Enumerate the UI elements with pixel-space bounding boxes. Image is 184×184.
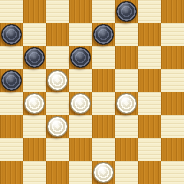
- board-square-playable-r7c6[interactable]: [138, 161, 161, 184]
- board-square-light-r7c3: [69, 161, 92, 184]
- board-square-light-r5c5: [115, 115, 138, 138]
- board-square-light-r7c7: [161, 161, 184, 184]
- board-square-light-r3c7: [161, 69, 184, 92]
- board-square-playable-r6c1[interactable]: [23, 138, 46, 161]
- board-square-playable-r4c7[interactable]: [161, 92, 184, 115]
- board-square-light-r4c2: [46, 92, 69, 115]
- white-checker-man[interactable]: [93, 162, 114, 183]
- board-square-light-r4c6: [138, 92, 161, 115]
- board-square-playable-r0c3[interactable]: [69, 0, 92, 23]
- black-checker-man[interactable]: [1, 70, 22, 91]
- black-checker-man[interactable]: [24, 47, 45, 68]
- board-square-light-r6c4: [92, 138, 115, 161]
- board-square-playable-r3c2[interactable]: [46, 69, 69, 92]
- board-square-playable-r7c0[interactable]: [0, 161, 23, 184]
- board-square-playable-r4c1[interactable]: [23, 92, 46, 115]
- board-square-light-r2c0: [0, 46, 23, 69]
- board-square-light-r5c1: [23, 115, 46, 138]
- board-square-light-r1c1: [23, 23, 46, 46]
- board-square-light-r5c3: [69, 115, 92, 138]
- board-square-playable-r6c3[interactable]: [69, 138, 92, 161]
- board-square-light-r0c0: [0, 0, 23, 23]
- board-square-playable-r3c0[interactable]: [0, 69, 23, 92]
- white-checker-man[interactable]: [24, 93, 45, 114]
- board-square-playable-r4c5[interactable]: [115, 92, 138, 115]
- board-square-playable-r7c2[interactable]: [46, 161, 69, 184]
- black-checker-man[interactable]: [116, 1, 137, 22]
- board-square-light-r3c1: [23, 69, 46, 92]
- black-checker-man[interactable]: [70, 47, 91, 68]
- white-checker-man[interactable]: [70, 93, 91, 114]
- board-square-light-r1c5: [115, 23, 138, 46]
- board-square-playable-r2c5[interactable]: [115, 46, 138, 69]
- board-square-playable-r2c7[interactable]: [161, 46, 184, 69]
- board-square-playable-r2c1[interactable]: [23, 46, 46, 69]
- board-square-playable-r1c0[interactable]: [0, 23, 23, 46]
- board-square-playable-r0c5[interactable]: [115, 0, 138, 23]
- board-square-light-r2c6: [138, 46, 161, 69]
- board-square-light-r1c7: [161, 23, 184, 46]
- board-square-light-r3c5: [115, 69, 138, 92]
- board-square-playable-r3c6[interactable]: [138, 69, 161, 92]
- white-checker-man[interactable]: [47, 116, 68, 137]
- board-square-playable-r1c6[interactable]: [138, 23, 161, 46]
- board-square-light-r6c6: [138, 138, 161, 161]
- board-square-playable-r1c4[interactable]: [92, 23, 115, 46]
- black-checker-man[interactable]: [1, 24, 22, 45]
- board-square-light-r3c3: [69, 69, 92, 92]
- board-square-light-r4c0: [0, 92, 23, 115]
- board-square-playable-r0c1[interactable]: [23, 0, 46, 23]
- board-square-light-r2c2: [46, 46, 69, 69]
- board-square-playable-r2c3[interactable]: [69, 46, 92, 69]
- board-square-playable-r6c7[interactable]: [161, 138, 184, 161]
- board-square-light-r0c6: [138, 0, 161, 23]
- board-square-playable-r5c6[interactable]: [138, 115, 161, 138]
- board-square-light-r7c5: [115, 161, 138, 184]
- white-checker-man[interactable]: [116, 93, 137, 114]
- checkers-board: [0, 0, 184, 184]
- board-square-light-r6c2: [46, 138, 69, 161]
- black-checker-man[interactable]: [93, 24, 114, 45]
- board-square-light-r0c4: [92, 0, 115, 23]
- board-square-playable-r5c2[interactable]: [46, 115, 69, 138]
- board-square-playable-r1c2[interactable]: [46, 23, 69, 46]
- board-square-light-r7c1: [23, 161, 46, 184]
- board-square-playable-r5c4[interactable]: [92, 115, 115, 138]
- board-square-playable-r7c4[interactable]: [92, 161, 115, 184]
- white-checker-man[interactable]: [47, 70, 68, 91]
- board-square-playable-r0c7[interactable]: [161, 0, 184, 23]
- board-square-light-r0c2: [46, 0, 69, 23]
- board-square-light-r5c7: [161, 115, 184, 138]
- board-square-light-r1c3: [69, 23, 92, 46]
- board-square-playable-r3c4[interactable]: [92, 69, 115, 92]
- board-square-playable-r6c5[interactable]: [115, 138, 138, 161]
- board-square-light-r4c4: [92, 92, 115, 115]
- board-square-playable-r5c0[interactable]: [0, 115, 23, 138]
- board-square-light-r2c4: [92, 46, 115, 69]
- board-square-light-r6c0: [0, 138, 23, 161]
- board-square-playable-r4c3[interactable]: [69, 92, 92, 115]
